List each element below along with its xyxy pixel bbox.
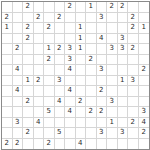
grid-cell-r12c11[interactable]: 1 (107, 118, 118, 129)
grid-cell-r7c3[interactable] (23, 65, 34, 76)
grid-cell-r1c9[interactable]: 1 (86, 2, 97, 13)
grid-cell-r4c8[interactable]: 1 (76, 34, 87, 45)
grid-cell-r5c7[interactable]: 3 (65, 44, 76, 55)
grid-cell-r11c1[interactable] (2, 107, 13, 118)
grid-cell-r5c14[interactable] (139, 44, 150, 55)
grid-cell-r6c12[interactable] (118, 55, 129, 66)
grid-cell-r12c14[interactable]: 4 (139, 118, 150, 129)
grid-cell-r10c12[interactable] (118, 97, 129, 108)
grid-cell-r8c9[interactable] (86, 76, 97, 87)
grid-cell-r8c7[interactable] (65, 76, 76, 87)
grid-cell-r2c11[interactable] (107, 13, 118, 24)
grid-cell-r8c1[interactable] (2, 76, 13, 87)
grid-cell-r3c14[interactable]: 1 (139, 23, 150, 34)
grid-cell-r5c12[interactable]: 3 (118, 44, 129, 55)
grid-cell-r11c9[interactable]: 2 (86, 107, 97, 118)
grid-cell-r11c5[interactable]: 5 (44, 107, 55, 118)
grid-cell-r14c13[interactable] (128, 139, 139, 150)
grid-cell-r14c2[interactable]: 2 (13, 139, 24, 150)
grid-cell-r9c2[interactable]: 4 (13, 86, 24, 97)
grid-cell-r14c7[interactable] (65, 139, 76, 150)
grid-cell-r11c11[interactable] (107, 107, 118, 118)
grid-cell-r12c13[interactable]: 2 (128, 118, 139, 129)
grid-cell-r5c2[interactable]: 2 (13, 44, 24, 55)
grid-cell-r12c2[interactable]: 3 (13, 118, 24, 129)
grid-cell-r4c2[interactable] (13, 34, 24, 45)
grid-cell-r4c10[interactable]: 4 (97, 34, 108, 45)
grid-cell-r8c14[interactable] (139, 76, 150, 87)
grid-cell-r5c1[interactable] (2, 44, 13, 55)
grid-cell-r3c12[interactable] (118, 23, 129, 34)
grid-cell-r10c10[interactable] (97, 97, 108, 108)
grid-cell-r10c8[interactable]: 2 (76, 97, 87, 108)
grid-cell-r1c12[interactable]: 2 (118, 2, 129, 13)
grid-cell-r13c13[interactable] (128, 128, 139, 139)
grid-cell-r12c8[interactable] (76, 118, 87, 129)
grid-cell-r1c1[interactable] (2, 2, 13, 13)
grid-cell-r5c4[interactable] (34, 44, 45, 55)
grid-cell-r1c8[interactable] (76, 2, 87, 13)
grid-cell-r14c6[interactable] (55, 139, 66, 150)
grid-cell-r7c11[interactable] (107, 65, 118, 76)
grid-cell-r9c13[interactable] (128, 86, 139, 97)
grid-cell-r11c10[interactable]: 2 (97, 107, 108, 118)
grid-cell-r14c8[interactable]: 4 (76, 139, 87, 150)
grid-cell-r3c10[interactable] (97, 23, 108, 34)
grid-cell-r11c13[interactable] (128, 107, 139, 118)
grid-cell-r6c14[interactable] (139, 55, 150, 66)
grid-cell-r9c4[interactable] (34, 86, 45, 97)
grid-cell-r13c2[interactable] (13, 128, 24, 139)
grid-cell-r9c11[interactable] (107, 86, 118, 97)
grid-cell-r3c11[interactable] (107, 23, 118, 34)
grid-cell-r8c5[interactable] (44, 76, 55, 87)
grid-cell-r4c6[interactable] (55, 34, 66, 45)
grid-cell-r13c14[interactable]: 2 (139, 128, 150, 139)
grid-cell-r8c6[interactable]: 3 (55, 76, 66, 87)
grid-cell-r7c4[interactable] (34, 65, 45, 76)
grid-cell-r14c11[interactable] (107, 139, 118, 150)
grid-cell-r8c2[interactable] (13, 76, 24, 87)
grid-cell-r12c9[interactable] (86, 118, 97, 129)
grid-cell-r14c1[interactable]: 2 (2, 139, 13, 150)
grid-cell-r1c6[interactable] (55, 2, 66, 13)
grid-cell-r4c11[interactable] (107, 34, 118, 45)
grid-cell-r14c9[interactable] (86, 139, 97, 150)
grid-cell-r9c5[interactable] (44, 86, 55, 97)
grid-cell-r5c8[interactable]: 1 (76, 44, 87, 55)
grid-cell-r14c12[interactable] (118, 139, 129, 150)
grid-cell-r14c4[interactable] (34, 139, 45, 150)
grid-cell-r5c9[interactable] (86, 44, 97, 55)
grid-cell-r12c6[interactable] (55, 118, 66, 129)
grid-cell-r12c3[interactable] (23, 118, 34, 129)
grid-cell-r9c3[interactable] (23, 86, 34, 97)
grid-cell-r1c10[interactable] (97, 2, 108, 13)
grid-cell-r8c11[interactable] (107, 76, 118, 87)
grid-cell-r8c4[interactable]: 2 (34, 76, 45, 87)
grid-cell-r2c14[interactable] (139, 13, 150, 24)
grid-cell-r4c7[interactable] (65, 34, 76, 45)
grid-cell-r2c2[interactable] (13, 13, 24, 24)
grid-cell-r8c13[interactable]: 3 (128, 76, 139, 87)
grid-cell-r12c7[interactable] (65, 118, 76, 129)
grid-cell-r2c13[interactable]: 2 (128, 13, 139, 24)
grid-cell-r4c14[interactable] (139, 34, 150, 45)
grid-cell-r8c12[interactable]: 1 (118, 76, 129, 87)
grid-cell-r7c2[interactable]: 4 (13, 65, 24, 76)
grid-cell-r7c10[interactable]: 3 (97, 65, 108, 76)
grid-cell-r7c14[interactable]: 2 (139, 65, 150, 76)
grid-cell-r3c1[interactable]: 1 (2, 23, 13, 34)
grid-cell-r14c5[interactable]: 2 (44, 139, 55, 150)
grid-cell-r3c9[interactable] (86, 23, 97, 34)
grid-cell-r13c9[interactable] (86, 128, 97, 139)
grid-cell-r8c3[interactable]: 1 (23, 76, 34, 87)
grid-cell-r2c4[interactable]: 2 (34, 13, 45, 24)
grid-cell-r12c4[interactable]: 4 (34, 118, 45, 129)
grid-cell-r1c4[interactable] (34, 2, 45, 13)
grid-cell-r13c12[interactable]: 3 (118, 128, 129, 139)
grid-cell-r12c1[interactable] (2, 118, 13, 129)
grid-cell-r6c6[interactable] (55, 55, 66, 66)
grid-cell-r10c5[interactable] (44, 97, 55, 108)
grid-cell-r5c11[interactable]: 3 (107, 44, 118, 55)
grid-cell-r11c12[interactable] (118, 107, 129, 118)
grid-cell-r9c9[interactable] (86, 86, 97, 97)
grid-cell-r4c4[interactable] (34, 34, 45, 45)
grid-cell-r14c3[interactable] (23, 139, 34, 150)
grid-cell-r1c13[interactable] (128, 2, 139, 13)
grid-cell-r9c10[interactable]: 2 (97, 86, 108, 97)
grid-cell-r7c6[interactable] (55, 65, 66, 76)
grid-cell-r11c14[interactable]: 3 (139, 107, 150, 118)
grid-cell-r7c13[interactable] (128, 65, 139, 76)
grid-cell-r2c8[interactable] (76, 13, 87, 24)
grid-cell-r6c8[interactable] (76, 55, 87, 66)
grid-cell-r13c10[interactable]: 3 (97, 128, 108, 139)
grid-cell-r5c5[interactable]: 1 (44, 44, 55, 55)
grid-cell-r3c13[interactable]: 2 (128, 23, 139, 34)
grid-cell-r14c14[interactable] (139, 139, 150, 150)
grid-cell-r6c10[interactable] (97, 55, 108, 66)
grid-cell-r9c12[interactable] (118, 86, 129, 97)
grid-cell-r10c11[interactable]: 3 (107, 97, 118, 108)
grid-cell-r13c3[interactable]: 2 (23, 128, 34, 139)
grid-cell-r10c9[interactable] (86, 97, 97, 108)
grid-cell-r2c3[interactable] (23, 13, 34, 24)
grid-cell-r3c6[interactable] (55, 23, 66, 34)
grid-cell-r7c5[interactable] (44, 65, 55, 76)
grid-cell-r7c7[interactable]: 4 (65, 65, 76, 76)
grid-cell-r5c13[interactable]: 2 (128, 44, 139, 55)
grid-cell-r2c10[interactable]: 3 (97, 13, 108, 24)
grid-cell-r3c3[interactable]: 2 (23, 23, 34, 34)
grid-cell-r4c13[interactable] (128, 34, 139, 45)
grid-cell-r13c4[interactable] (34, 128, 45, 139)
grid-cell-r13c8[interactable] (76, 128, 87, 139)
grid-cell-r11c3[interactable] (23, 107, 34, 118)
grid-cell-r11c4[interactable] (34, 107, 45, 118)
grid-cell-r6c11[interactable] (107, 55, 118, 66)
grid-cell-r6c5[interactable]: 2 (44, 55, 55, 66)
grid-cell-r13c5[interactable] (44, 128, 55, 139)
grid-cell-r11c2[interactable] (13, 107, 24, 118)
grid-cell-r13c7[interactable] (65, 128, 76, 139)
grid-cell-r1c7[interactable]: 2 (65, 2, 76, 13)
grid-cell-r2c7[interactable] (65, 13, 76, 24)
grid-cell-r7c8[interactable] (76, 65, 87, 76)
grid-cell-r10c6[interactable]: 4 (55, 97, 66, 108)
grid-cell-r9c1[interactable] (2, 86, 13, 97)
grid-cell-r10c13[interactable] (128, 97, 139, 108)
grid-cell-r11c8[interactable] (76, 107, 87, 118)
grid-cell-r6c4[interactable] (34, 55, 45, 66)
grid-cell-r1c11[interactable]: 2 (107, 2, 118, 13)
grid-cell-r12c12[interactable] (118, 118, 129, 129)
grid-cell-r5c6[interactable]: 2 (55, 44, 66, 55)
grid-cell-r3c5[interactable]: 2 (44, 23, 55, 34)
grid-cell-r6c9[interactable]: 2 (86, 55, 97, 66)
grid-cell-r12c10[interactable] (97, 118, 108, 129)
grid-cell-r8c8[interactable] (76, 76, 87, 87)
grid-cell-r10c1[interactable] (2, 97, 13, 108)
grid-cell-r11c7[interactable]: 4 (65, 107, 76, 118)
grid-cell-r4c1[interactable] (2, 34, 13, 45)
grid-cell-r4c9[interactable] (86, 34, 97, 45)
grid-cell-r6c3[interactable] (23, 55, 34, 66)
grid-cell-r2c1[interactable]: 2 (2, 13, 13, 24)
grid-cell-r3c4[interactable] (34, 23, 45, 34)
grid-cell-r3c8[interactable]: 1 (76, 23, 87, 34)
grid-cell-r8c10[interactable] (97, 76, 108, 87)
grid-cell-r1c3[interactable]: 2 (23, 2, 34, 13)
grid-cell-r9c7[interactable]: 4 (65, 86, 76, 97)
grid-cell-r2c5[interactable] (44, 13, 55, 24)
grid-cell-r12c5[interactable] (44, 118, 55, 129)
grid-cell-r10c7[interactable] (65, 97, 76, 108)
grid-cell-r9c6[interactable] (55, 86, 66, 97)
grid-cell-r9c14[interactable] (139, 86, 150, 97)
grid-cell-r1c5[interactable] (44, 2, 55, 13)
grid-cell-r3c2[interactable] (13, 23, 24, 34)
grid-cell-r1c2[interactable] (13, 2, 24, 13)
grid-cell-r10c3[interactable]: 2 (23, 97, 34, 108)
grid-cell-r10c14[interactable] (139, 97, 150, 108)
grid-cell-r6c13[interactable] (128, 55, 139, 66)
grid-cell-r2c6[interactable]: 2 (55, 13, 66, 24)
grid-cell-r1c14[interactable] (139, 2, 150, 13)
grid-cell-r2c12[interactable] (118, 13, 129, 24)
grid-cell-r4c5[interactable] (44, 34, 55, 45)
grid-cell-r7c12[interactable] (118, 65, 129, 76)
grid-cell-r2c9[interactable] (86, 13, 97, 24)
grid-cell-r10c4[interactable] (34, 97, 45, 108)
grid-cell-r3c7[interactable] (65, 23, 76, 34)
grid-cell-r13c6[interactable]: 5 (55, 128, 66, 139)
grid-cell-r5c3[interactable] (23, 44, 34, 55)
grid-cell-r6c1[interactable] (2, 55, 13, 66)
grid-cell-r10c2[interactable] (13, 97, 24, 108)
grid-cell-r5c10[interactable] (97, 44, 108, 55)
puzzle-board: 2212222232122121214321231332232443212313… (1, 1, 150, 150)
grid-cell-r11c6[interactable] (55, 107, 66, 118)
grid-cell-r13c11[interactable] (107, 128, 118, 139)
grid-cell-r9c8[interactable] (76, 86, 87, 97)
grid-cell-r7c9[interactable] (86, 65, 97, 76)
grid-cell-r4c3[interactable]: 2 (23, 34, 34, 45)
grid-cell-r6c7[interactable]: 3 (65, 55, 76, 66)
grid-cell-r6c2[interactable] (13, 55, 24, 66)
grid-cell-r14c10[interactable] (97, 139, 108, 150)
grid-cell-r13c1[interactable] (2, 128, 13, 139)
grid-cell-r7c1[interactable] (2, 65, 13, 76)
grid-cell-r4c12[interactable]: 3 (118, 34, 129, 45)
